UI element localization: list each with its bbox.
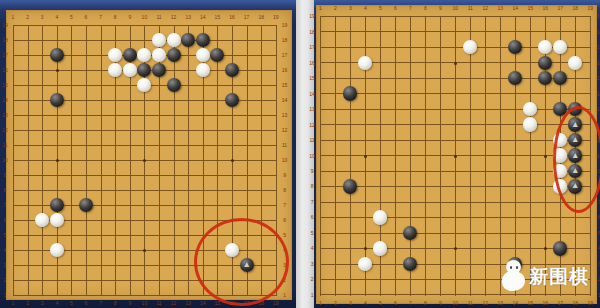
red-circle-annotation bbox=[553, 106, 600, 213]
row-label-left: 4 bbox=[311, 246, 314, 251]
row-label-right: 18 bbox=[282, 38, 288, 43]
stone-white-E4 bbox=[373, 241, 387, 255]
row-label-left: 12 bbox=[2, 128, 8, 133]
col-label-top: 10 bbox=[142, 14, 148, 19]
row-label-left: 18 bbox=[309, 29, 315, 34]
row-label-left: 11 bbox=[2, 143, 7, 148]
row-label-left: 7 bbox=[4, 203, 7, 208]
col-label-top: 7 bbox=[409, 5, 412, 10]
col-label-top: 9 bbox=[439, 5, 442, 10]
stone-white-O16 bbox=[196, 63, 210, 77]
row-label-left: 19 bbox=[309, 14, 315, 19]
col-label-bottom: 10 bbox=[142, 301, 148, 306]
stone-black-L16 bbox=[152, 63, 166, 77]
col-label-top: 13 bbox=[185, 14, 191, 19]
red-circle-annotation bbox=[194, 218, 289, 307]
stone-black-J17 bbox=[123, 48, 137, 62]
stone-black-C8 bbox=[343, 179, 357, 193]
row-label-left: 2 bbox=[4, 278, 7, 283]
row-label-right: 15 bbox=[282, 83, 288, 88]
row-label-right: 17 bbox=[282, 53, 288, 58]
col-label-bottom: 7 bbox=[99, 301, 102, 306]
row-label-right: 19 bbox=[282, 23, 288, 28]
row-label-left: 6 bbox=[4, 218, 7, 223]
col-label-bottom: 14 bbox=[200, 301, 206, 306]
stone-black-D14 bbox=[50, 93, 64, 107]
row-label-right: 16 bbox=[597, 60, 600, 65]
row-label-left: 14 bbox=[309, 91, 315, 96]
col-label-top: 4 bbox=[364, 5, 367, 10]
row-label-right: 11 bbox=[282, 143, 287, 148]
col-label-top: 19 bbox=[273, 14, 279, 19]
col-label-top: 2 bbox=[26, 14, 29, 19]
col-label-top: 17 bbox=[558, 5, 564, 10]
col-label-top: 7 bbox=[99, 14, 102, 19]
page: 1919111818221717331616441515551414661313… bbox=[0, 0, 600, 308]
col-label-bottom: 1 bbox=[319, 301, 322, 306]
col-label-bottom: 19 bbox=[588, 301, 594, 306]
col-label-bottom: 17 bbox=[558, 301, 564, 306]
row-label-left: 1 bbox=[311, 292, 314, 297]
go-board-left[interactable]: 1919111818221717331616441515551414661313… bbox=[6, 10, 292, 300]
col-label-top: 6 bbox=[394, 5, 397, 10]
stone-black-Q16 bbox=[225, 63, 239, 77]
col-label-bottom: 18 bbox=[573, 301, 579, 306]
col-label-bottom: 4 bbox=[55, 301, 58, 306]
col-label-top: 11 bbox=[468, 5, 473, 10]
hoshi-point bbox=[544, 155, 547, 158]
row-label-left: 13 bbox=[309, 107, 315, 112]
col-label-bottom: 2 bbox=[334, 301, 337, 306]
row-label-right: 7 bbox=[283, 203, 286, 208]
col-label-top: 17 bbox=[244, 14, 250, 19]
row-label-right: 12 bbox=[282, 128, 288, 133]
col-label-bottom: 14 bbox=[513, 301, 519, 306]
row-label-right: 8 bbox=[283, 188, 286, 193]
col-label-top: 10 bbox=[453, 5, 459, 10]
row-label-left: 16 bbox=[2, 68, 8, 73]
col-label-bottom: 7 bbox=[409, 301, 412, 306]
row-label-left: 3 bbox=[4, 263, 7, 268]
stone-black-D17 bbox=[50, 48, 64, 62]
stone-black-Q14 bbox=[225, 93, 239, 107]
row-label-left: 3 bbox=[311, 261, 314, 266]
row-label-left: 7 bbox=[311, 199, 314, 204]
stone-white-J16 bbox=[123, 63, 137, 77]
col-label-bottom: 5 bbox=[70, 301, 73, 306]
col-label-top: 8 bbox=[424, 5, 427, 10]
col-label-top: 3 bbox=[41, 14, 44, 19]
col-label-bottom: 3 bbox=[349, 301, 352, 306]
col-label-bottom: 19 bbox=[273, 301, 279, 306]
col-label-top: 11 bbox=[156, 14, 161, 19]
row-label-right: 16 bbox=[282, 68, 288, 73]
row-label-left: 16 bbox=[309, 60, 315, 65]
stone-white-O17 bbox=[196, 48, 210, 62]
hoshi-point bbox=[364, 155, 367, 158]
col-label-top: 5 bbox=[70, 14, 73, 19]
watermark: 新围棋 bbox=[497, 256, 597, 298]
col-label-top: 18 bbox=[573, 5, 579, 10]
row-label-right: 6 bbox=[283, 218, 286, 223]
stone-white-M18 bbox=[167, 33, 181, 47]
col-label-top: 14 bbox=[200, 14, 206, 19]
col-label-top: 16 bbox=[229, 14, 235, 19]
stone-white-E6 bbox=[373, 210, 387, 224]
row-label-left: 5 bbox=[4, 233, 7, 238]
stone-white-D4 bbox=[50, 243, 64, 257]
col-label-top: 4 bbox=[55, 14, 58, 19]
row-label-right: 5 bbox=[283, 233, 286, 238]
col-label-bottom: 1 bbox=[12, 301, 15, 306]
col-label-bottom: 10 bbox=[453, 301, 459, 306]
row-label-left: 19 bbox=[2, 23, 8, 28]
col-label-bottom: 4 bbox=[364, 301, 367, 306]
col-label-bottom: 15 bbox=[528, 301, 534, 306]
col-label-bottom: 16 bbox=[543, 301, 549, 306]
col-label-bottom: 6 bbox=[394, 301, 397, 306]
row-label-right: 14 bbox=[597, 91, 600, 96]
row-label-right: 10 bbox=[282, 158, 288, 163]
col-label-bottom: 9 bbox=[128, 301, 131, 306]
row-label-left: 18 bbox=[2, 38, 8, 43]
stone-white-L17 bbox=[152, 48, 166, 62]
col-label-top: 13 bbox=[498, 5, 504, 10]
stone-white-L18 bbox=[152, 33, 166, 47]
row-label-left: 4 bbox=[4, 248, 7, 253]
row-label-right: 15 bbox=[597, 76, 600, 81]
col-label-bottom: 5 bbox=[379, 301, 382, 306]
col-label-bottom: 3 bbox=[41, 301, 44, 306]
col-label-top: 3 bbox=[349, 5, 352, 10]
stone-black-D7 bbox=[50, 198, 64, 212]
row-label-left: 5 bbox=[311, 230, 314, 235]
col-label-bottom: 6 bbox=[85, 301, 88, 306]
hoshi-point bbox=[56, 69, 59, 72]
row-label-left: 13 bbox=[2, 113, 8, 118]
col-label-bottom: 12 bbox=[171, 301, 177, 306]
col-label-bottom: 2 bbox=[26, 301, 29, 306]
stone-white-D6 bbox=[50, 213, 64, 227]
row-label-left: 10 bbox=[309, 153, 315, 158]
col-label-bottom: 8 bbox=[424, 301, 427, 306]
row-label-left: 11 bbox=[309, 138, 314, 143]
col-label-top: 15 bbox=[215, 14, 221, 19]
row-label-left: 17 bbox=[309, 45, 315, 50]
stone-black-M17 bbox=[167, 48, 181, 62]
col-label-bottom: 15 bbox=[215, 301, 221, 306]
hoshi-point bbox=[56, 159, 59, 162]
row-label-left: 14 bbox=[2, 98, 8, 103]
col-label-top: 6 bbox=[85, 14, 88, 19]
col-label-top: 12 bbox=[483, 5, 489, 10]
row-label-right: 1 bbox=[283, 293, 286, 298]
watermark-text: 新围棋 bbox=[529, 264, 589, 290]
row-label-left: 9 bbox=[4, 173, 7, 178]
row-label-left: 10 bbox=[2, 158, 8, 163]
col-label-bottom: 8 bbox=[114, 301, 117, 306]
hoshi-point bbox=[231, 159, 234, 162]
row-label-right: 18 bbox=[597, 29, 600, 34]
row-label-right: 9 bbox=[283, 173, 286, 178]
col-label-bottom: 13 bbox=[185, 301, 191, 306]
row-label-left: 8 bbox=[311, 184, 314, 189]
col-label-top: 8 bbox=[114, 14, 117, 19]
col-label-top: 16 bbox=[543, 5, 549, 10]
col-label-top: 18 bbox=[258, 14, 264, 19]
col-label-bottom: 9 bbox=[439, 301, 442, 306]
col-label-top: 14 bbox=[513, 5, 519, 10]
row-label-left: 2 bbox=[311, 277, 314, 282]
row-label-left: 17 bbox=[2, 53, 8, 58]
col-label-top: 1 bbox=[319, 5, 322, 10]
row-label-right: 13 bbox=[282, 113, 288, 118]
col-label-top: 15 bbox=[528, 5, 534, 10]
col-label-top: 2 bbox=[334, 5, 337, 10]
row-label-right: 17 bbox=[597, 45, 600, 50]
col-label-bottom: 11 bbox=[468, 301, 473, 306]
col-label-top: 5 bbox=[379, 5, 382, 10]
watermark-mascot-icon bbox=[497, 259, 529, 295]
col-label-bottom: 12 bbox=[483, 301, 489, 306]
row-label-right: 13 bbox=[597, 107, 600, 112]
row-label-right: 19 bbox=[597, 14, 600, 19]
stone-black-O18 bbox=[196, 33, 210, 47]
col-label-top: 12 bbox=[171, 14, 177, 19]
col-label-top: 9 bbox=[128, 14, 131, 19]
stone-black-M15 bbox=[167, 78, 181, 92]
stone-black-F7 bbox=[79, 198, 93, 212]
row-label-left: 8 bbox=[4, 188, 7, 193]
stone-black-R4 bbox=[553, 241, 567, 255]
row-label-left: 15 bbox=[309, 76, 315, 81]
col-label-bottom: 13 bbox=[498, 301, 504, 306]
row-label-left: 12 bbox=[309, 122, 315, 127]
col-label-top: 1 bbox=[12, 14, 15, 19]
row-label-left: 6 bbox=[311, 215, 314, 220]
row-label-left: 15 bbox=[2, 83, 8, 88]
hoshi-point bbox=[454, 155, 457, 158]
row-label-left: 1 bbox=[4, 293, 7, 298]
col-label-top: 19 bbox=[588, 5, 594, 10]
row-label-right: 14 bbox=[282, 98, 288, 103]
row-label-left: 9 bbox=[311, 169, 314, 174]
col-label-bottom: 11 bbox=[156, 301, 161, 306]
